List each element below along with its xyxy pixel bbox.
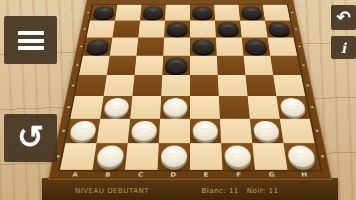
piece-black-man[interactable]: ⛂ xyxy=(241,6,263,19)
square-g8[interactable]: ⛂ xyxy=(238,5,265,21)
peg xyxy=(71,84,74,86)
file-label-f: F xyxy=(222,170,256,180)
peg xyxy=(294,28,297,30)
square-b5[interactable] xyxy=(107,56,137,75)
square-e1[interactable] xyxy=(190,143,222,170)
square-d8[interactable] xyxy=(165,5,190,21)
square-f1[interactable]: ⛀ xyxy=(221,143,255,170)
square-d4[interactable] xyxy=(161,75,190,96)
square-f6[interactable] xyxy=(216,38,244,56)
square-h8[interactable] xyxy=(263,5,290,21)
board-frame: ⛂⛂⛂⛂⛂⛂⛂⛂⛂⛂⛂⛀⛀⛀⛀⛀⛀⛀⛀⛀⛀⛀ ABCDEFGH xyxy=(48,0,332,180)
piece-black-man[interactable]: ⛂ xyxy=(86,39,110,54)
square-d1[interactable]: ⛀ xyxy=(158,143,190,170)
piece-white-man[interactable]: ⛀ xyxy=(287,146,317,168)
square-g4[interactable] xyxy=(245,75,276,96)
peg xyxy=(87,12,90,13)
square-a6[interactable]: ⛂ xyxy=(83,38,112,56)
game-screen: ⛂⛂⛂⛂⛂⛂⛂⛂⛂⛂⛂⛀⛀⛀⛀⛀⛀⛀⛀⛀⛀⛀ ABCDEFGH NIVEAU D… xyxy=(0,0,356,200)
piece-white-man[interactable]: ⛀ xyxy=(96,146,125,168)
undo-icon: ↶ xyxy=(336,9,350,26)
piece-white-man[interactable]: ⛀ xyxy=(163,98,187,117)
piece-white-man[interactable]: ⛀ xyxy=(69,121,97,141)
file-label-c: C xyxy=(124,170,158,180)
square-g1[interactable] xyxy=(252,143,287,170)
piece-black-man[interactable]: ⛂ xyxy=(268,22,291,36)
square-b1[interactable]: ⛀ xyxy=(93,143,128,170)
piece-white-man[interactable]: ⛀ xyxy=(224,146,252,168)
square-d2[interactable] xyxy=(159,119,190,143)
peg xyxy=(298,46,301,48)
piece-black-man[interactable]: ⛂ xyxy=(192,39,214,54)
square-b4[interactable] xyxy=(104,75,135,96)
file-label-e: E xyxy=(190,170,223,180)
peg xyxy=(62,130,65,132)
board-grid[interactable]: ⛂⛂⛂⛂⛂⛂⛂⛂⛂⛂⛂⛀⛀⛀⛀⛀⛀⛀⛀⛀⛀⛀ xyxy=(60,5,320,170)
peg xyxy=(75,64,78,66)
square-d3[interactable]: ⛀ xyxy=(160,96,190,119)
square-f2[interactable] xyxy=(220,119,252,143)
square-e6[interactable]: ⛂ xyxy=(190,38,217,56)
square-e3[interactable] xyxy=(190,96,220,119)
square-h3[interactable]: ⛀ xyxy=(276,96,309,119)
peg xyxy=(79,46,82,48)
menu-button[interactable] xyxy=(4,16,57,64)
square-b8[interactable] xyxy=(115,5,142,21)
square-c4[interactable] xyxy=(132,75,162,96)
square-c7[interactable] xyxy=(138,21,165,38)
square-e2[interactable]: ⛀ xyxy=(190,119,221,143)
square-h7[interactable]: ⛂ xyxy=(265,21,293,38)
square-b7[interactable] xyxy=(112,21,140,38)
square-f7[interactable]: ⛂ xyxy=(215,21,242,38)
square-h2[interactable] xyxy=(280,119,315,143)
square-b3[interactable]: ⛀ xyxy=(100,96,132,119)
piece-black-man[interactable]: ⛂ xyxy=(93,6,115,19)
square-e7[interactable] xyxy=(190,21,216,38)
white-count-label: Blanc: 11 xyxy=(201,187,238,195)
peg xyxy=(320,155,323,157)
piece-white-man[interactable]: ⛀ xyxy=(253,121,280,141)
square-c5[interactable] xyxy=(135,56,164,75)
square-g5[interactable] xyxy=(244,56,274,75)
piece-black-man[interactable]: ⛂ xyxy=(165,57,188,73)
square-e5[interactable] xyxy=(190,56,218,75)
square-c2[interactable]: ⛀ xyxy=(128,119,160,143)
piece-black-man[interactable]: ⛂ xyxy=(217,22,239,36)
square-g2[interactable]: ⛀ xyxy=(250,119,284,143)
piece-white-man[interactable]: ⛀ xyxy=(193,121,218,141)
square-b2[interactable] xyxy=(97,119,131,143)
level-label: NIVEAU DEBUTANT xyxy=(42,187,182,195)
file-label-h: H xyxy=(287,170,322,180)
square-g7[interactable] xyxy=(240,21,268,38)
info-icon: i xyxy=(341,41,346,55)
square-f8[interactable] xyxy=(214,5,240,21)
square-h1[interactable]: ⛀ xyxy=(283,143,319,170)
square-f4[interactable] xyxy=(218,75,248,96)
square-h4[interactable] xyxy=(273,75,305,96)
square-h6[interactable] xyxy=(268,38,297,56)
square-c1[interactable] xyxy=(125,143,159,170)
piece-black-man[interactable]: ⛂ xyxy=(244,39,267,54)
peg xyxy=(302,64,305,66)
file-label-g: G xyxy=(255,170,289,180)
square-f3[interactable] xyxy=(219,96,250,119)
square-a5[interactable] xyxy=(79,56,110,75)
square-d7[interactable]: ⛂ xyxy=(164,21,190,38)
file-label-b: B xyxy=(91,170,125,180)
square-a3[interactable] xyxy=(70,96,103,119)
board-3d: ⛂⛂⛂⛂⛂⛂⛂⛂⛂⛂⛂⛀⛀⛀⛀⛀⛀⛀⛀⛀⛀⛀ ABCDEFGH xyxy=(48,0,332,180)
square-a7[interactable] xyxy=(87,21,115,38)
hamburger-menu-icon xyxy=(18,31,44,50)
square-a8[interactable]: ⛂ xyxy=(90,5,117,21)
file-label-a: A xyxy=(58,170,93,180)
square-h5[interactable] xyxy=(270,56,301,75)
square-c8[interactable]: ⛂ xyxy=(140,5,166,21)
square-a2[interactable]: ⛀ xyxy=(65,119,100,143)
restart-button[interactable]: ↺ xyxy=(4,114,57,162)
undo-button[interactable]: ↶ xyxy=(331,5,356,30)
square-f5[interactable] xyxy=(217,56,246,75)
file-label-d: D xyxy=(157,170,190,180)
piece-black-man[interactable]: ⛂ xyxy=(142,6,163,19)
black-count-label: Noir: 11 xyxy=(247,187,279,195)
square-g6[interactable]: ⛂ xyxy=(242,38,271,56)
score-labels: Blanc: 11Noir: 11 xyxy=(185,187,295,195)
square-e8[interactable]: ⛂ xyxy=(190,5,215,21)
info-button[interactable]: i xyxy=(331,36,356,59)
peg xyxy=(291,12,294,13)
peg xyxy=(83,28,86,30)
piece-white-man[interactable]: ⛀ xyxy=(161,146,188,168)
square-c6[interactable] xyxy=(136,38,164,56)
peg xyxy=(310,106,313,108)
restart-icon: ↺ xyxy=(17,121,44,153)
piece-white-man[interactable]: ⛀ xyxy=(131,121,157,141)
piece-black-man[interactable]: ⛂ xyxy=(192,6,212,19)
square-c3[interactable] xyxy=(130,96,161,119)
square-a1[interactable] xyxy=(60,143,96,170)
square-d6[interactable] xyxy=(163,38,190,56)
square-e4[interactable] xyxy=(190,75,219,96)
square-d5[interactable]: ⛂ xyxy=(162,56,190,75)
square-a4[interactable] xyxy=(75,75,107,96)
file-labels: ABCDEFGH xyxy=(58,170,322,180)
piece-white-man[interactable]: ⛀ xyxy=(103,98,129,117)
piece-black-man[interactable]: ⛂ xyxy=(167,22,188,36)
board-front-face: NIVEAU DEBUTANT Blanc: 11Noir: 11 xyxy=(42,178,338,200)
piece-white-man[interactable]: ⛀ xyxy=(279,98,306,117)
peg xyxy=(315,130,318,132)
peg xyxy=(67,106,70,108)
square-g3[interactable] xyxy=(248,96,280,119)
square-b6[interactable] xyxy=(110,38,139,56)
peg xyxy=(306,84,309,86)
